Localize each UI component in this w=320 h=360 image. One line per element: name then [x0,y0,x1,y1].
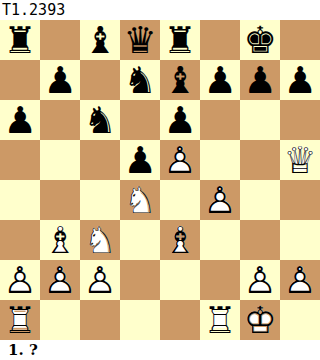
square-d5[interactable]: ♟ [120,140,160,180]
piece-white-queen: ♛♕ [280,140,320,180]
piece-black-knight: ♞ [120,60,160,100]
piece-white-pawn: ♟♙ [0,260,40,300]
square-h8[interactable] [280,20,320,60]
piece-white-king: ♚♔ [240,300,280,340]
square-e7[interactable]: ♝ [160,60,200,100]
piece-black-pawn: ♟ [200,60,240,100]
square-d6[interactable] [120,100,160,140]
square-a8[interactable]: ♜ [0,20,40,60]
square-g2[interactable]: ♟♙ [240,260,280,300]
square-c5[interactable] [80,140,120,180]
piece-black-rook: ♜ [160,20,200,60]
piece-white-pawn: ♟♙ [40,260,80,300]
move-prompt-bar: 1. ? [0,340,320,360]
chess-board: ♜♝♛♜♚♟♞♝♟♟♟♟♞♟♟♟♙♛♕♞♘♟♙♝♗♞♘♝♗♟♙♟♙♟♙♟♙♟♙♜… [0,20,320,340]
piece-black-rook: ♜ [0,20,40,60]
square-e1[interactable] [160,300,200,340]
piece-outline-layer: ♙ [280,260,320,300]
square-g3[interactable] [240,220,280,260]
piece-black-pawn: ♟ [40,60,80,100]
square-f3[interactable] [200,220,240,260]
piece-outline-layer: ♖ [0,300,40,340]
piece-outline-layer: ♙ [0,260,40,300]
piece-black-pawn: ♟ [0,100,40,140]
piece-white-pawn: ♟♙ [200,180,240,220]
square-f6[interactable] [200,100,240,140]
piece-outline-layer: ♘ [120,180,160,220]
square-d7[interactable]: ♞ [120,60,160,100]
piece-outline-layer: ♙ [240,260,280,300]
piece-black-bishop: ♝ [80,20,120,60]
square-a3[interactable] [0,220,40,260]
square-b7[interactable]: ♟ [40,60,80,100]
square-d2[interactable] [120,260,160,300]
square-h2[interactable]: ♟♙ [280,260,320,300]
square-a5[interactable] [0,140,40,180]
piece-outline-layer: ♔ [240,300,280,340]
square-d1[interactable] [120,300,160,340]
square-c7[interactable] [80,60,120,100]
square-b4[interactable] [40,180,80,220]
square-b3[interactable]: ♝♗ [40,220,80,260]
piece-outline-layer: ♘ [80,220,120,260]
square-c2[interactable]: ♟♙ [80,260,120,300]
square-e3[interactable]: ♝♗ [160,220,200,260]
square-g6[interactable] [240,100,280,140]
square-b2[interactable]: ♟♙ [40,260,80,300]
square-f7[interactable]: ♟ [200,60,240,100]
square-b8[interactable] [40,20,80,60]
square-g8[interactable]: ♚ [240,20,280,60]
piece-black-pawn: ♟ [240,60,280,100]
piece-white-pawn: ♟♙ [160,140,200,180]
piece-black-knight: ♞ [80,100,120,140]
square-f2[interactable] [200,260,240,300]
piece-white-knight: ♞♘ [120,180,160,220]
piece-white-rook: ♜♖ [0,300,40,340]
square-c1[interactable] [80,300,120,340]
piece-outline-layer: ♗ [40,220,80,260]
piece-outline-layer: ♙ [40,260,80,300]
piece-outline-layer: ♖ [200,300,240,340]
piece-white-pawn: ♟♙ [80,260,120,300]
square-g1[interactable]: ♚♔ [240,300,280,340]
piece-black-king: ♚ [240,20,280,60]
square-g7[interactable]: ♟ [240,60,280,100]
square-h1[interactable] [280,300,320,340]
piece-white-knight: ♞♘ [80,220,120,260]
square-e8[interactable]: ♜ [160,20,200,60]
square-c4[interactable] [80,180,120,220]
piece-black-pawn: ♟ [160,100,200,140]
piece-white-pawn: ♟♙ [240,260,280,300]
piece-white-bishop: ♝♗ [160,220,200,260]
square-h7[interactable]: ♟ [280,60,320,100]
square-f1[interactable]: ♜♖ [200,300,240,340]
square-f5[interactable] [200,140,240,180]
square-e2[interactable] [160,260,200,300]
square-h5[interactable]: ♛♕ [280,140,320,180]
piece-black-pawn: ♟ [280,60,320,100]
square-c3[interactable]: ♞♘ [80,220,120,260]
piece-outline-layer: ♙ [160,140,200,180]
piece-outline-layer: ♕ [280,140,320,180]
square-h3[interactable] [280,220,320,260]
piece-black-bishop: ♝ [160,60,200,100]
move-prompt-text: 1. ? [0,341,38,359]
square-e6[interactable]: ♟ [160,100,200,140]
piece-outline-layer: ♙ [200,180,240,220]
square-h6[interactable] [280,100,320,140]
square-f8[interactable] [200,20,240,60]
square-c6[interactable]: ♞ [80,100,120,140]
square-b5[interactable] [40,140,80,180]
square-h4[interactable] [280,180,320,220]
square-f4[interactable]: ♟♙ [200,180,240,220]
piece-outline-layer: ♗ [160,220,200,260]
square-d4[interactable]: ♞♘ [120,180,160,220]
square-e5[interactable]: ♟♙ [160,140,200,180]
piece-black-queen: ♛ [120,20,160,60]
square-a7[interactable] [0,60,40,100]
square-d3[interactable] [120,220,160,260]
square-d8[interactable]: ♛ [120,20,160,60]
square-a6[interactable]: ♟ [0,100,40,140]
piece-black-pawn: ♟ [120,140,160,180]
square-a4[interactable] [0,180,40,220]
square-b6[interactable] [40,100,80,140]
square-a2[interactable]: ♟♙ [0,260,40,300]
square-g4[interactable] [240,180,280,220]
square-g5[interactable] [240,140,280,180]
status-bar: T1.2393 [0,0,320,20]
square-b1[interactable] [40,300,80,340]
engine-status-text: T1.2393 [0,1,65,19]
piece-white-bishop: ♝♗ [40,220,80,260]
square-e4[interactable] [160,180,200,220]
piece-outline-layer: ♙ [80,260,120,300]
piece-white-pawn: ♟♙ [280,260,320,300]
square-a1[interactable]: ♜♖ [0,300,40,340]
square-c8[interactable]: ♝ [80,20,120,60]
piece-white-rook: ♜♖ [200,300,240,340]
